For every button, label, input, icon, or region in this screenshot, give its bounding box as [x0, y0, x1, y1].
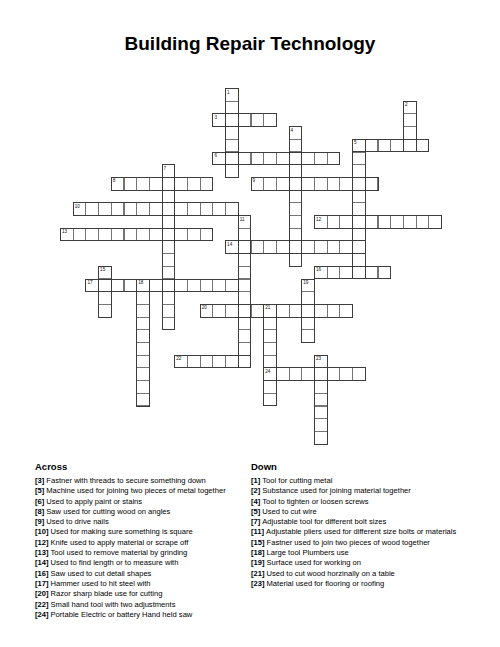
grid-cell-r9c2[interactable]	[85, 202, 99, 216]
grid-cell-r11c18[interactable]	[289, 228, 303, 242]
grid-cell-r15c12[interactable]	[212, 279, 226, 293]
grid-cell-r15c4[interactable]	[111, 279, 125, 293]
grid-cell-r17c21[interactable]	[327, 304, 341, 318]
grid-cell-r4c26[interactable]	[390, 139, 404, 153]
across-clue-number: [13]	[35, 548, 49, 557]
grid-cell-r12c21[interactable]	[327, 240, 341, 254]
grid-cell-r14c20[interactable]	[314, 266, 328, 280]
grid-cell-r13c23[interactable]	[352, 253, 366, 267]
down-clue-23: [23]Material used for flooring or roofin…	[251, 579, 493, 589]
grid-cell-r17c22[interactable]	[339, 304, 353, 318]
across-clue-22: [22]Small hand tool with two adjustments	[35, 600, 249, 610]
across-clue-text: Used to drive nails	[46, 517, 108, 526]
across-clue-text: Small hand tool with two adjustments	[51, 600, 176, 609]
grid-cell-r7c23[interactable]	[352, 177, 366, 191]
down-clue-text: Used to cut wire	[262, 507, 316, 516]
across-clue-number: [3]	[35, 476, 44, 485]
grid-cell-r22c22[interactable]	[339, 367, 353, 381]
grid-cell-r17c15[interactable]	[251, 304, 265, 318]
down-clue-number: [2]	[251, 486, 260, 495]
grid-cell-r7c18[interactable]	[289, 177, 303, 191]
down-clue-text: Large tool Plumbers use	[267, 548, 349, 557]
grid-cell-r6c8[interactable]	[162, 164, 176, 178]
grid-cell-r21c13[interactable]	[225, 355, 239, 369]
grid-cell-r17c14[interactable]	[238, 304, 252, 318]
grid-cell-r9c8[interactable]	[162, 202, 176, 216]
across-clue-number: [17]	[35, 579, 49, 588]
grid-cell-r17c3[interactable]	[98, 304, 112, 318]
grid-cell-r9c11[interactable]	[200, 202, 214, 216]
down-clue-21: [21]Used to cut wood horzinally on a tab…	[251, 569, 493, 579]
grid-cell-r10c29[interactable]	[428, 215, 442, 229]
grid-cell-r21c9[interactable]	[174, 355, 188, 369]
grid-cell-r15c10[interactable]	[187, 279, 201, 293]
grid-cell-r9c3[interactable]	[98, 202, 112, 216]
down-clue-number: [15]	[251, 538, 265, 547]
grid-cell-r9c12[interactable]	[212, 202, 226, 216]
grid-cell-r25c20[interactable]	[314, 406, 328, 420]
grid-cell-r10c21[interactable]	[327, 215, 341, 229]
across-clue-8: [8]Saw used for cutting wood on angles	[35, 507, 249, 517]
down-clues-column: Down [1]Tool for cutting metal[2]Substan…	[251, 461, 493, 589]
grid-cell-r12c20[interactable]	[314, 240, 328, 254]
down-clue-number: [23]	[251, 579, 265, 588]
grid-cell-r11c3[interactable]	[98, 228, 112, 242]
grid-cell-r27c20[interactable]	[314, 431, 328, 445]
grid-cell-r4c13[interactable]	[225, 139, 239, 153]
grid-cell-r20c16[interactable]	[263, 342, 277, 356]
grid-cell-r3c13[interactable]	[225, 126, 239, 140]
grid-cell-r1c27[interactable]	[403, 101, 417, 115]
grid-cell-r2c12[interactable]	[212, 113, 226, 127]
across-clue-6: [6]Used to apply paint or stains	[35, 497, 249, 507]
across-clue-number: [20]	[35, 589, 49, 598]
grid-cell-r2c14[interactable]	[238, 113, 252, 127]
down-clue-text: Surface used for working on	[267, 558, 362, 567]
across-clue-9: [9]Used to drive nails	[35, 517, 249, 527]
grid-cell-r5c18[interactable]	[289, 152, 303, 166]
across-clue-text: Fastner with threads to secure something…	[46, 476, 206, 485]
grid-cell-r7c16[interactable]	[263, 177, 277, 191]
grid-cell-r9c10[interactable]	[187, 202, 201, 216]
grid-cell-r15c9[interactable]	[174, 279, 188, 293]
across-clue-list: [3]Fastner with threads to secure someth…	[35, 476, 249, 620]
grid-cell-r10c20[interactable]	[314, 215, 328, 229]
grid-cell-r15c8[interactable]	[162, 279, 176, 293]
grid-cell-r23c20[interactable]	[314, 380, 328, 394]
grid-cell-r2c27[interactable]	[403, 113, 417, 127]
grid-cell-r14c3[interactable]	[98, 266, 112, 280]
grid-cell-r9c23[interactable]	[352, 202, 366, 216]
grid-cell-r13c8[interactable]	[162, 253, 176, 267]
grid-cell-r2c13[interactable]	[225, 113, 239, 127]
grid-cell-r13c18[interactable]	[289, 253, 303, 267]
grid-cell-r5c13[interactable]	[225, 152, 239, 166]
grid-cell-r18c19[interactable]	[301, 317, 315, 331]
across-clue-17: [17]Hammer used to hit steel with	[35, 579, 249, 589]
grid-cell-r9c18[interactable]	[289, 202, 303, 216]
across-clue-number: [16]	[35, 569, 49, 578]
grid-cell-r11c0[interactable]	[60, 228, 74, 242]
grid-cell-r6c18[interactable]	[289, 164, 303, 178]
grid-cell-r11c8[interactable]	[162, 228, 176, 242]
grid-cell-r0c13[interactable]	[225, 88, 239, 102]
grid-cell-r9c1[interactable]	[73, 202, 87, 216]
grid-cell-r14c14[interactable]	[238, 266, 252, 280]
down-clue-text: Fastner used to join two pieces of wood …	[267, 538, 430, 547]
grid-cell-r22c21[interactable]	[327, 367, 341, 381]
grid-cell-r26c20[interactable]	[314, 418, 328, 432]
down-header: Down	[251, 461, 493, 472]
down-clue-text: Material used for flooring or roofing	[267, 579, 385, 588]
grid-cell-r7c24[interactable]	[365, 177, 379, 191]
grid-cell-r10c18[interactable]	[289, 215, 303, 229]
grid-cell-r21c14[interactable]	[238, 355, 252, 369]
grid-cell-r11c4[interactable]	[111, 228, 125, 242]
down-clue-text: Tool to tighten or loosen screws	[262, 497, 368, 506]
grid-cell-r17c6[interactable]	[136, 304, 150, 318]
grid-cell-r4c25[interactable]	[378, 139, 392, 153]
grid-cell-r9c4[interactable]	[111, 202, 125, 216]
grid-cell-r22c6[interactable]	[136, 367, 150, 381]
down-clue-number: [5]	[251, 507, 260, 516]
grid-cell-r16c14[interactable]	[238, 291, 252, 305]
grid-cell-r18c6[interactable]	[136, 317, 150, 331]
grid-cell-r11c6[interactable]	[136, 228, 150, 242]
across-clues-column: Across [3]Fastner with threads to secure…	[35, 461, 249, 620]
grid-cell-r15c19[interactable]	[301, 279, 315, 293]
down-clue-text: Adjustable tool for different bolt sizes	[262, 517, 386, 526]
grid-cell-r5c12[interactable]	[212, 152, 226, 166]
grid-cell-r17c20[interactable]	[314, 304, 328, 318]
across-clue-number: [8]	[35, 507, 44, 516]
grid-cell-r20c6[interactable]	[136, 342, 150, 356]
grid-cell-r24c16[interactable]	[263, 393, 277, 407]
grid-cell-r7c9[interactable]	[174, 177, 188, 191]
grid-cell-r17c13[interactable]	[225, 304, 239, 318]
grid-cell-r19c16[interactable]	[263, 329, 277, 343]
grid-cell-r13c14[interactable]	[238, 253, 252, 267]
across-clue-text: Knife used to apply material or scrape o…	[51, 538, 189, 547]
grid-cell-r12c19[interactable]	[301, 240, 315, 254]
down-clue-11: [11]Adjustable pliers used for different…	[251, 527, 493, 537]
grid-cell-r10c23[interactable]	[352, 215, 366, 229]
across-clue-10: [10]Used for making sure something is sq…	[35, 527, 249, 537]
grid-cell-r22c16[interactable]	[263, 367, 277, 381]
down-clue-text: Used to cut wood horzinally on a table	[267, 569, 395, 578]
grid-cell-r3c18[interactable]	[289, 126, 303, 140]
grid-cell-r14c25[interactable]	[378, 266, 392, 280]
grid-cell-r22c17[interactable]	[276, 367, 290, 381]
grid-cell-r12c22[interactable]	[339, 240, 353, 254]
grid-cell-r12c14[interactable]	[238, 240, 252, 254]
down-clue-19: [19]Surface used for working on	[251, 558, 493, 568]
grid-cell-r9c13[interactable]	[225, 202, 239, 216]
down-clue-1: [1]Tool for cutting metal	[251, 476, 493, 486]
across-clue-12: [12]Knife used to apply material or scra…	[35, 538, 249, 548]
grid-cell-r5c23[interactable]	[352, 152, 366, 166]
grid-cell-r22c18[interactable]	[289, 367, 303, 381]
across-clue-number: [9]	[35, 517, 44, 526]
down-clue-18: [18]Large tool Plumbers use	[251, 548, 493, 558]
grid-cell-r4c27[interactable]	[403, 139, 417, 153]
down-clue-text: Adjustable pliers used for different siz…	[266, 527, 456, 536]
down-clue-number: [1]	[251, 476, 260, 485]
grid-cell-r22c20[interactable]	[314, 367, 328, 381]
grid-cell-r16c3[interactable]	[98, 291, 112, 305]
grid-cell-r7c20[interactable]	[314, 177, 328, 191]
grid-cell-r5c21[interactable]	[327, 152, 341, 166]
grid-cell-r17c8[interactable]	[162, 304, 176, 318]
grid-cell-r9c9[interactable]	[174, 202, 188, 216]
grid-cell-r17c12[interactable]	[212, 304, 226, 318]
grid-cell-r15c2[interactable]	[85, 279, 99, 293]
grid-cell-r15c13[interactable]	[225, 279, 239, 293]
grid-cell-r10c26[interactable]	[390, 215, 404, 229]
across-header: Across	[35, 461, 249, 472]
across-clue-number: [14]	[35, 558, 49, 567]
across-clue-20: [20]Razor sharp blade use for cutting	[35, 589, 249, 599]
grid-cell-r21c12[interactable]	[212, 355, 226, 369]
across-clue-number: [12]	[35, 538, 49, 547]
grid-cell-r10c27[interactable]	[403, 215, 417, 229]
across-clue-16: [16]Saw used to cut detail shapes	[35, 569, 249, 579]
grid-cell-r5c19[interactable]	[301, 152, 315, 166]
across-clue-text: Tool used to remove material by grinding	[51, 548, 188, 557]
grid-cell-r14c24[interactable]	[365, 266, 379, 280]
across-clue-14: [14]Used to find length or to measure wi…	[35, 558, 249, 568]
grid-cell-r5c16[interactable]	[263, 152, 277, 166]
grid-cell-r3c27[interactable]	[403, 126, 417, 140]
grid-cell-r21c20[interactable]	[314, 355, 328, 369]
grid-cell-r24c20[interactable]	[314, 393, 328, 407]
crossword-grid: 123456789101112131415161718192021222324	[60, 88, 442, 445]
grid-cell-r19c19[interactable]	[301, 329, 315, 343]
grid-cell-r16c19[interactable]	[301, 291, 315, 305]
across-clue-number: [24]	[35, 610, 49, 619]
grid-cell-r1c13[interactable]	[225, 101, 239, 115]
grid-cell-r7c22[interactable]	[339, 177, 353, 191]
grid-cell-r7c19[interactable]	[301, 177, 315, 191]
grid-cell-r11c11[interactable]	[200, 228, 214, 242]
grid-cell-r12c17[interactable]	[276, 240, 290, 254]
down-clue-number: [4]	[251, 497, 260, 506]
grid-cell-r7c15[interactable]	[251, 177, 265, 191]
across-clue-text: Used for making sure something is square	[51, 527, 193, 536]
grid-cell-r19c14[interactable]	[238, 329, 252, 343]
grid-cell-r8c23[interactable]	[352, 190, 366, 204]
across-clue-text: Portable Electric or battery Hand held s…	[51, 610, 193, 619]
grid-cell-r19c6[interactable]	[136, 329, 150, 343]
grid-cell-r23c6[interactable]	[136, 380, 150, 394]
grid-cell-r4c23[interactable]	[352, 139, 366, 153]
grid-cell-r18c8[interactable]	[162, 317, 176, 331]
grid-cell-r11c1[interactable]	[73, 228, 87, 242]
grid-cell-r2c15[interactable]	[251, 113, 265, 127]
across-clue-3: [3]Fastner with threads to secure someth…	[35, 476, 249, 486]
grid-cell-r11c2[interactable]	[85, 228, 99, 242]
down-clue-2: [2]Substance used for joining material t…	[251, 486, 493, 496]
across-clue-number: [5]	[35, 486, 44, 495]
grid-cell-r15c7[interactable]	[149, 279, 163, 293]
grid-cell-r21c11[interactable]	[200, 355, 214, 369]
grid-cell-r7c17[interactable]	[276, 177, 290, 191]
grid-cell-r17c16[interactable]	[263, 304, 277, 318]
across-clue-13: [13]Tool used to remove material by grin…	[35, 548, 249, 558]
grid-cell-r7c21[interactable]	[327, 177, 341, 191]
down-clue-text: Substance used for joining material toge…	[262, 486, 411, 495]
grid-cell-r24c6[interactable]	[136, 393, 150, 407]
grid-cell-r4c28[interactable]	[416, 139, 430, 153]
grid-cell-r5c15[interactable]	[251, 152, 265, 166]
grid-cell-r17c17[interactable]	[276, 304, 290, 318]
across-clue-number: [22]	[35, 600, 49, 609]
grid-cell-r17c19[interactable]	[301, 304, 315, 318]
grid-cell-r10c14[interactable]	[238, 215, 252, 229]
grid-cell-r11c23[interactable]	[352, 228, 366, 242]
grid-cell-r14c21[interactable]	[327, 266, 341, 280]
page-title: Building Repair Technology	[0, 33, 500, 55]
across-clue-number: [6]	[35, 497, 44, 506]
grid-cell-r9c5[interactable]	[124, 202, 138, 216]
grid-cell-r8c8[interactable]	[162, 190, 176, 204]
grid-cell-r18c14[interactable]	[238, 317, 252, 331]
grid-cell-r5c17[interactable]	[276, 152, 290, 166]
across-clue-text: Hammer used to hit steel with	[51, 579, 151, 588]
grid-cell-r23c16[interactable]	[263, 380, 277, 394]
across-clue-24: [24]Portable Electric or battery Hand he…	[35, 610, 249, 620]
grid-cell-r8c18[interactable]	[289, 190, 303, 204]
down-clue-list: [1]Tool for cutting metal[2]Substance us…	[251, 476, 493, 589]
grid-cell-r11c14[interactable]	[238, 228, 252, 242]
grid-cell-r11c5[interactable]	[124, 228, 138, 242]
grid-cell-r11c9[interactable]	[174, 228, 188, 242]
grid-cell-r12c18[interactable]	[289, 240, 303, 254]
down-clue-number: [19]	[251, 558, 265, 567]
across-clue-text: Razor sharp blade use for cutting	[51, 589, 163, 598]
across-clue-text: Saw used for cutting wood on angles	[46, 507, 170, 516]
grid-cell-r15c6[interactable]	[136, 279, 150, 293]
grid-cell-r10c28[interactable]	[416, 215, 430, 229]
grid-cell-r6c23[interactable]	[352, 164, 366, 178]
down-clue-4: [4]Tool to tighten or loosen screws	[251, 497, 493, 507]
down-clue-15: [15]Fastner used to join two pieces of w…	[251, 538, 493, 548]
grid-cell-r22c19[interactable]	[301, 367, 315, 381]
grid-cell-r12c13[interactable]	[225, 240, 239, 254]
down-clue-text: Tool for cutting metal	[262, 476, 332, 485]
grid-cell-r15c14[interactable]	[238, 279, 252, 293]
grid-cell-r4c18[interactable]	[289, 139, 303, 153]
grid-cell-r9c7[interactable]	[149, 202, 163, 216]
down-clue-number: [11]	[251, 527, 264, 536]
grid-cell-r17c11[interactable]	[200, 304, 214, 318]
grid-cell-r7c7[interactable]	[149, 177, 163, 191]
across-clue-text: Used to find length or to measure with	[51, 558, 179, 567]
grid-cell-r7c8[interactable]	[162, 177, 176, 191]
down-clue-7: [7]Adjustable tool for different bolt si…	[251, 517, 493, 527]
down-clue-5: [5]Used to cut wire	[251, 507, 493, 517]
grid-cell-r10c25[interactable]	[378, 215, 392, 229]
grid-cell-r7c6[interactable]	[136, 177, 150, 191]
grid-cell-r11c10[interactable]	[187, 228, 201, 242]
grid-cell-r21c16[interactable]	[263, 355, 277, 369]
across-clue-text: Used to apply paint or stains	[46, 497, 142, 506]
grid-cell-r20c14[interactable]	[238, 342, 252, 356]
grid-cell-r14c8[interactable]	[162, 266, 176, 280]
down-clue-number: [7]	[251, 517, 260, 526]
down-clue-number: [18]	[251, 548, 265, 557]
grid-cell-r16c8[interactable]	[162, 291, 176, 305]
grid-cell-r10c22[interactable]	[339, 215, 353, 229]
grid-cell-r10c8[interactable]	[162, 215, 176, 229]
grid-cell-r7c10[interactable]	[187, 177, 201, 191]
grid-cell-r9c6[interactable]	[136, 202, 150, 216]
grid-cell-r15c5[interactable]	[124, 279, 138, 293]
grid-cell-r2c16[interactable]	[263, 113, 277, 127]
grid-cell-r5c20[interactable]	[314, 152, 328, 166]
grid-cell-r14c22[interactable]	[339, 266, 353, 280]
grid-cell-r5c14[interactable]	[238, 152, 252, 166]
across-clue-number: [10]	[35, 527, 49, 536]
grid-cell-r15c11[interactable]	[200, 279, 214, 293]
grid-cell-r14c23[interactable]	[352, 266, 366, 280]
grid-cell-r21c6[interactable]	[136, 355, 150, 369]
grid-cell-r7c5[interactable]	[124, 177, 138, 191]
down-clue-number: [21]	[251, 569, 265, 578]
grid-cell-r10c24[interactable]	[365, 215, 379, 229]
grid-cell-r4c24[interactable]	[365, 139, 379, 153]
grid-cell-r12c23[interactable]	[352, 240, 366, 254]
grid-cell-r12c8[interactable]	[162, 240, 176, 254]
across-clue-text: Machine used for joining two pieces of m…	[46, 486, 225, 495]
grid-cell-r18c16[interactable]	[263, 317, 277, 331]
grid-cell-r12c15[interactable]	[251, 240, 265, 254]
grid-cell-r16c6[interactable]	[136, 291, 150, 305]
across-clue-text: Saw used to cut detail shapes	[51, 569, 152, 578]
across-clue-5: [5]Machine used for joining two pieces o…	[35, 486, 249, 496]
grid-cell-r22c23[interactable]	[352, 367, 366, 381]
grid-cell-r11c7[interactable]	[149, 228, 163, 242]
grid-cell-r15c3[interactable]	[98, 279, 112, 293]
grid-cell-r6c13[interactable]	[225, 164, 239, 178]
grid-cell-r21c10[interactable]	[187, 355, 201, 369]
grid-cell-r12c16[interactable]	[263, 240, 277, 254]
grid-cell-r7c11[interactable]	[200, 177, 214, 191]
grid-cell-r17c18[interactable]	[289, 304, 303, 318]
grid-cell-r7c4[interactable]	[111, 177, 125, 191]
